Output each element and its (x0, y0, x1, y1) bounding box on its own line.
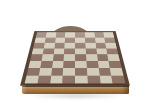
board-grid (25, 32, 126, 83)
board-square (37, 75, 51, 83)
board-square (87, 75, 100, 83)
photo-scene (0, 0, 150, 112)
board-square (63, 68, 75, 76)
board-square (110, 68, 123, 76)
board-square (51, 68, 64, 76)
board-square (63, 61, 75, 68)
board-square (40, 61, 52, 68)
board-square (111, 75, 125, 83)
board-square (75, 61, 87, 68)
board-square (109, 61, 122, 68)
board-square (50, 75, 63, 83)
board-square (62, 75, 75, 83)
board-square (52, 61, 64, 68)
board-square (86, 61, 98, 68)
board-square (39, 68, 52, 76)
board-square (75, 68, 87, 76)
board-square (75, 75, 88, 83)
chessboard (20, 31, 130, 86)
board-shadow (25, 94, 127, 99)
board-square (87, 68, 100, 76)
